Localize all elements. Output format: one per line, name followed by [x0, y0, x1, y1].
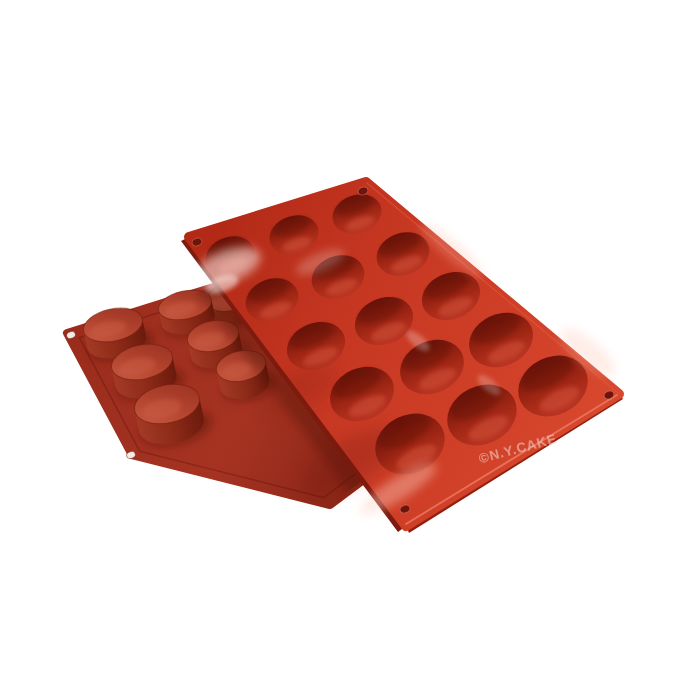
- product-photo-stage: ©N.Y.CAKE: [0, 0, 700, 700]
- silicone-mold-product-photo: ©N.Y.CAKE: [0, 0, 700, 700]
